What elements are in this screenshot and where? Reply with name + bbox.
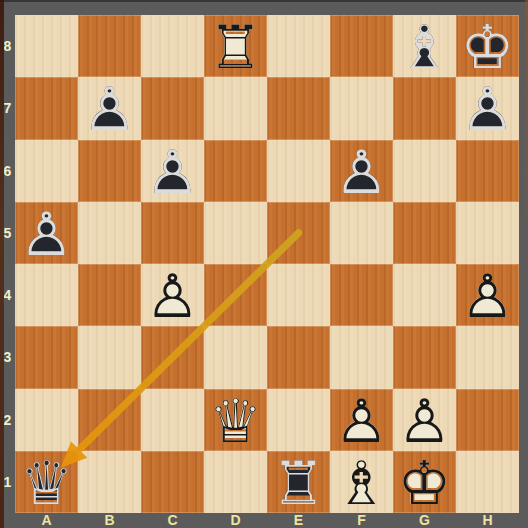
- square-h4[interactable]: ♟♙: [456, 264, 519, 326]
- piece-body-glyph: ♟: [78, 78, 141, 140]
- square-c7[interactable]: [141, 77, 204, 139]
- black-pawn-h7[interactable]: ♟♙: [456, 77, 519, 139]
- square-g6[interactable]: [393, 140, 456, 202]
- square-d8[interactable]: ♜♖: [204, 15, 267, 77]
- piece-outline-glyph: ♙: [15, 203, 78, 265]
- piece-body-glyph: ♛: [15, 452, 78, 514]
- square-f4[interactable]: [330, 264, 393, 326]
- file-label-f: F: [330, 512, 393, 528]
- square-b5[interactable]: [78, 202, 141, 264]
- black-king-h8[interactable]: ♚♔: [456, 15, 519, 77]
- black-pawn-b7[interactable]: ♟♙: [78, 77, 141, 139]
- piece-outline-glyph: ♗: [393, 16, 456, 78]
- piece-body-glyph: ♟: [456, 78, 519, 140]
- square-a3[interactable]: [15, 326, 78, 388]
- file-label-h: H: [456, 512, 519, 528]
- square-c1[interactable]: [141, 451, 204, 513]
- square-h3[interactable]: [456, 326, 519, 388]
- piece-outline-glyph: ♖: [267, 452, 330, 514]
- square-b2[interactable]: [78, 389, 141, 451]
- square-e4[interactable]: [267, 264, 330, 326]
- square-g8[interactable]: ♝♗: [393, 15, 456, 77]
- square-b1[interactable]: [78, 451, 141, 513]
- square-g3[interactable]: [393, 326, 456, 388]
- square-a1[interactable]: ♛♕: [15, 451, 78, 513]
- square-c8[interactable]: [141, 15, 204, 77]
- square-f5[interactable]: [330, 202, 393, 264]
- square-f2[interactable]: ♟♙: [330, 389, 393, 451]
- piece-outline-glyph: ♖: [204, 16, 267, 78]
- piece-body-glyph: ♟: [141, 265, 204, 327]
- square-g7[interactable]: [393, 77, 456, 139]
- black-pawn-c6[interactable]: ♟♙: [141, 140, 204, 202]
- piece-outline-glyph: ♙: [141, 141, 204, 203]
- file-label-a: A: [15, 512, 78, 528]
- square-h6[interactable]: [456, 140, 519, 202]
- square-e1[interactable]: ♜♖: [267, 451, 330, 513]
- piece-outline-glyph: ♔: [456, 16, 519, 78]
- square-g1[interactable]: ♚♔: [393, 451, 456, 513]
- square-h8[interactable]: ♚♔: [456, 15, 519, 77]
- piece-outline-glyph: ♙: [141, 265, 204, 327]
- square-e8[interactable]: [267, 15, 330, 77]
- square-f3[interactable]: [330, 326, 393, 388]
- square-g5[interactable]: [393, 202, 456, 264]
- black-queen-a1[interactable]: ♛♕: [15, 451, 78, 513]
- square-c6[interactable]: ♟♙: [141, 140, 204, 202]
- piece-body-glyph: ♚: [456, 16, 519, 78]
- square-b7[interactable]: ♟♙: [78, 77, 141, 139]
- white-king-g1[interactable]: ♚♔: [393, 451, 456, 513]
- file-label-g: G: [393, 512, 456, 528]
- file-label-c: C: [141, 512, 204, 528]
- square-c2[interactable]: [141, 389, 204, 451]
- square-h2[interactable]: [456, 389, 519, 451]
- square-d4[interactable]: [204, 264, 267, 326]
- square-e3[interactable]: [267, 326, 330, 388]
- square-a4[interactable]: [15, 264, 78, 326]
- white-pawn-f2[interactable]: ♟♙: [330, 389, 393, 451]
- white-queen-d2[interactable]: ♛♕: [204, 389, 267, 451]
- square-c4[interactable]: ♟♙: [141, 264, 204, 326]
- piece-outline-glyph: ♕: [204, 390, 267, 452]
- square-f7[interactable]: [330, 77, 393, 139]
- file-label-d: D: [204, 512, 267, 528]
- piece-outline-glyph: ♙: [456, 265, 519, 327]
- black-bishop-g8[interactable]: ♝♗: [393, 15, 456, 77]
- piece-body-glyph: ♝: [393, 16, 456, 78]
- square-e6[interactable]: [267, 140, 330, 202]
- board-left-edge: [0, 0, 4, 528]
- piece-outline-glyph: ♕: [15, 452, 78, 514]
- square-a2[interactable]: [15, 389, 78, 451]
- file-labels: ABCDEFGH: [15, 512, 519, 528]
- white-pawn-h4[interactable]: ♟♙: [456, 264, 519, 326]
- square-h7[interactable]: ♟♙: [456, 77, 519, 139]
- square-d3[interactable]: [204, 326, 267, 388]
- piece-outline-glyph: ♙: [330, 390, 393, 452]
- piece-body-glyph: ♟: [15, 203, 78, 265]
- file-label-b: B: [78, 512, 141, 528]
- square-b8[interactable]: [78, 15, 141, 77]
- piece-body-glyph: ♜: [204, 16, 267, 78]
- square-f6[interactable]: ♟♙: [330, 140, 393, 202]
- piece-body-glyph: ♟: [330, 390, 393, 452]
- square-h1[interactable]: [456, 451, 519, 513]
- piece-body-glyph: ♚: [393, 452, 456, 514]
- square-d7[interactable]: [204, 77, 267, 139]
- piece-outline-glyph: ♙: [78, 78, 141, 140]
- piece-body-glyph: ♛: [204, 390, 267, 452]
- square-d5[interactable]: [204, 202, 267, 264]
- black-pawn-f6[interactable]: ♟♙: [330, 140, 393, 202]
- square-a8[interactable]: [15, 15, 78, 77]
- black-rook-e1[interactable]: ♜♖: [267, 451, 330, 513]
- piece-outline-glyph: ♔: [393, 452, 456, 514]
- chess-board: ♜♖♝♗♚♔♟♙♟♙♟♙♟♙♟♙♟♙♟♙♛♕♟♙♟♙♛♕♜♖♝♗♚♔: [15, 15, 519, 513]
- square-e7[interactable]: [267, 77, 330, 139]
- piece-body-glyph: ♟: [456, 265, 519, 327]
- square-d6[interactable]: [204, 140, 267, 202]
- square-g4[interactable]: [393, 264, 456, 326]
- square-d2[interactable]: ♛♕: [204, 389, 267, 451]
- square-a5[interactable]: ♟♙: [15, 202, 78, 264]
- piece-body-glyph: ♟: [393, 390, 456, 452]
- black-pawn-a5[interactable]: ♟♙: [15, 202, 78, 264]
- piece-body-glyph: ♜: [267, 452, 330, 514]
- square-h5[interactable]: [456, 202, 519, 264]
- white-bishop-f1[interactable]: ♝♗: [330, 451, 393, 513]
- file-label-e: E: [267, 512, 330, 528]
- square-c3[interactable]: [141, 326, 204, 388]
- square-a6[interactable]: [15, 140, 78, 202]
- square-g2[interactable]: ♟♙: [393, 389, 456, 451]
- chess-diagram: ♜♖♝♗♚♔♟♙♟♙♟♙♟♙♟♙♟♙♟♙♛♕♟♙♟♙♛♕♜♖♝♗♚♔ 87654…: [0, 0, 528, 528]
- white-rook-d8[interactable]: ♜♖: [204, 15, 267, 77]
- white-pawn-c4[interactable]: ♟♙: [141, 264, 204, 326]
- piece-outline-glyph: ♙: [330, 141, 393, 203]
- piece-outline-glyph: ♙: [456, 78, 519, 140]
- white-pawn-g2[interactable]: ♟♙: [393, 389, 456, 451]
- piece-outline-glyph: ♗: [330, 452, 393, 514]
- square-b3[interactable]: [78, 326, 141, 388]
- square-b6[interactable]: [78, 140, 141, 202]
- square-c5[interactable]: [141, 202, 204, 264]
- piece-body-glyph: ♟: [141, 141, 204, 203]
- piece-outline-glyph: ♙: [393, 390, 456, 452]
- square-f1[interactable]: ♝♗: [330, 451, 393, 513]
- square-e5[interactable]: [267, 202, 330, 264]
- square-d1[interactable]: [204, 451, 267, 513]
- piece-body-glyph: ♝: [330, 452, 393, 514]
- board-top-edge: [0, 0, 528, 2]
- square-a7[interactable]: [15, 77, 78, 139]
- square-b4[interactable]: [78, 264, 141, 326]
- square-f8[interactable]: [330, 15, 393, 77]
- piece-body-glyph: ♟: [330, 141, 393, 203]
- square-e2[interactable]: [267, 389, 330, 451]
